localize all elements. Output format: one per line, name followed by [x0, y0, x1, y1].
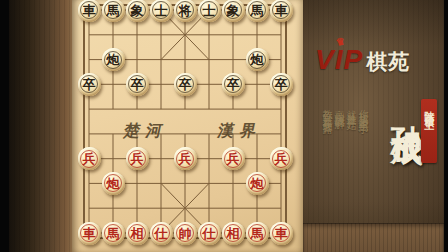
river-label-chu: 楚河: [122, 121, 170, 142]
piece-glyph: 炮: [246, 48, 269, 71]
piece-glyph: 炮: [102, 48, 125, 71]
piece-glyph: 象: [126, 0, 149, 22]
slogan-column-2: 就从这里开始: [344, 102, 358, 114]
board-grid: [72, 0, 303, 252]
xiangqi-piece[interactable]: 車: [270, 0, 293, 22]
xiangqi-piece[interactable]: 馬: [246, 0, 269, 22]
xiangqi-piece[interactable]: 兵: [126, 147, 149, 170]
piece-glyph: 兵: [78, 147, 101, 170]
piece-glyph: 卒: [222, 73, 245, 96]
piece-glyph: 車: [78, 222, 101, 245]
xiangqi-piece[interactable]: 馬: [102, 222, 125, 245]
xiangqi-piece[interactable]: 兵: [222, 147, 245, 170]
piece-glyph: 卒: [174, 73, 197, 96]
river-label-han: 漢界: [216, 121, 264, 142]
piece-glyph: 卒: [78, 73, 101, 96]
piece-glyph: 仕: [198, 222, 221, 245]
xiangqi-piece[interactable]: 車: [270, 222, 293, 245]
piece-glyph: 馬: [246, 0, 269, 22]
xiangqi-piece[interactable]: 相: [126, 222, 149, 245]
xiangqi-piece[interactable]: 相: [222, 222, 245, 245]
xiangqi-piece[interactable]: 炮: [246, 48, 269, 71]
piece-glyph: 炮: [246, 172, 269, 195]
xiangqi-piece[interactable]: 帥: [174, 222, 197, 245]
xiangqi-piece[interactable]: 馬: [102, 0, 125, 22]
xiangqi-piece[interactable]: 卒: [126, 73, 149, 96]
xiangqi-board[interactable]: 楚河 漢界 車馬象士将士象馬車炮炮卒卒卒卒卒兵兵兵兵兵炮炮車馬相仕帥仕相馬車: [72, 0, 303, 252]
piece-glyph: 象: [222, 0, 245, 22]
piece-glyph: 士: [150, 0, 173, 22]
vip-text: VIP ♛: [315, 44, 363, 76]
xiangqi-piece[interactable]: 将: [174, 0, 197, 22]
xiangqi-piece[interactable]: 炮: [246, 172, 269, 195]
xiangqi-piece[interactable]: 士: [150, 0, 173, 22]
piece-glyph: 相: [126, 222, 149, 245]
slogan-column-4: 教你完整布局套路: [320, 102, 334, 118]
xiangqi-piece[interactable]: 兵: [78, 147, 101, 170]
xiangqi-piece[interactable]: 兵: [270, 147, 293, 170]
piece-glyph: 炮: [102, 172, 125, 195]
piece-glyph: 兵: [126, 147, 149, 170]
title-badge: 陕西棋王: [421, 99, 437, 163]
xiangqi-piece[interactable]: 士: [198, 0, 221, 22]
xiangqi-piece[interactable]: 象: [126, 0, 149, 22]
xiangqi-piece[interactable]: 卒: [174, 73, 197, 96]
right-panel: VIP ♛ 棋苑 你想成为象棋高手 就从这里开始 高端实战讲解 教你完整布局套路…: [303, 0, 444, 252]
piece-glyph: 馬: [102, 222, 125, 245]
left-letterbox-bar: [0, 0, 9, 252]
slogan-column-1: 你想成为象棋高手: [356, 102, 370, 118]
xiangqi-piece[interactable]: 炮: [102, 48, 125, 71]
xiangqi-piece[interactable]: 卒: [222, 73, 245, 96]
vip-qiyuan-logo: VIP ♛ 棋苑: [315, 44, 410, 76]
piece-glyph: 兵: [174, 147, 197, 170]
xiangqi-piece[interactable]: 仕: [150, 222, 173, 245]
right-letterbox-bar: [444, 0, 448, 252]
xiangqi-piece[interactable]: 車: [78, 222, 101, 245]
piece-glyph: 卒: [270, 73, 293, 96]
xiangqi-piece[interactable]: 卒: [270, 73, 293, 96]
piece-glyph: 帥: [174, 222, 197, 245]
piece-glyph: 士: [198, 0, 221, 22]
table-edge: [303, 223, 444, 252]
piece-glyph: 馬: [246, 222, 269, 245]
title-badge-text: 陕西棋王: [422, 103, 436, 163]
crown-icon: ♛: [335, 35, 347, 48]
piece-glyph: 兵: [270, 147, 293, 170]
piece-glyph: 将: [174, 0, 197, 22]
xiangqi-piece[interactable]: 車: [78, 0, 101, 22]
video-frame: 楚河 漢界 車馬象士将士象馬車炮炮卒卒卒卒卒兵兵兵兵兵炮炮車馬相仕帥仕相馬車 V…: [0, 0, 448, 252]
piece-glyph: 車: [270, 222, 293, 245]
qiyuan-text: 棋苑: [366, 48, 410, 76]
xiangqi-piece[interactable]: 炮: [102, 172, 125, 195]
xiangqi-piece[interactable]: 兵: [174, 147, 197, 170]
xiangqi-piece[interactable]: 馬: [246, 222, 269, 245]
xiangqi-piece[interactable]: 象: [222, 0, 245, 22]
piece-glyph: 車: [270, 0, 293, 22]
left-wood-frame: [9, 0, 72, 252]
piece-glyph: 車: [78, 0, 101, 22]
xiangqi-piece[interactable]: 卒: [78, 73, 101, 96]
xiangqi-piece[interactable]: 仕: [198, 222, 221, 245]
piece-glyph: 仕: [150, 222, 173, 245]
piece-glyph: 馬: [102, 0, 125, 22]
piece-glyph: 兵: [222, 147, 245, 170]
slogan-column-3: 高端实战讲解: [332, 102, 346, 114]
piece-glyph: 卒: [126, 73, 149, 96]
piece-glyph: 相: [222, 222, 245, 245]
